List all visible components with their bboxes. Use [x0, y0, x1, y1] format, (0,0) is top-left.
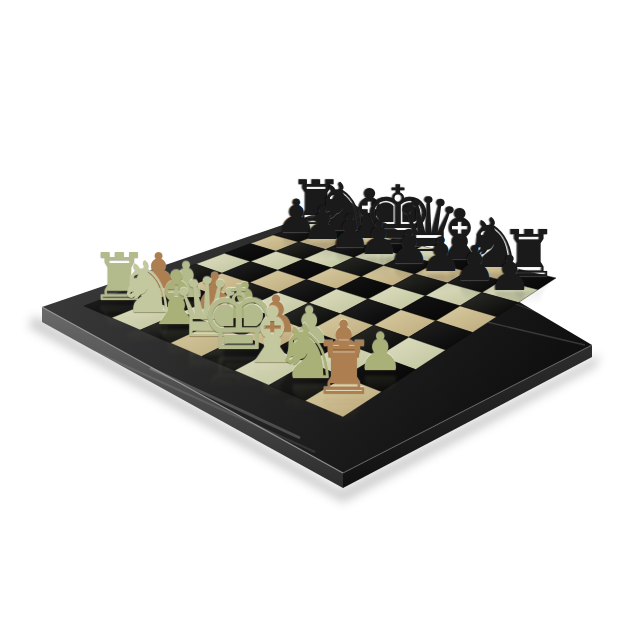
chess-board [0, 0, 640, 640]
product-photo-chess-set: ♜♜♞♞♟♟♝♝♟♟♚♚♟♟♛♛♟♟♝♝♟♟♞♞♟♟♜♜♟♟♟♟♟♟♟♟♜♜♟♟… [0, 0, 640, 640]
